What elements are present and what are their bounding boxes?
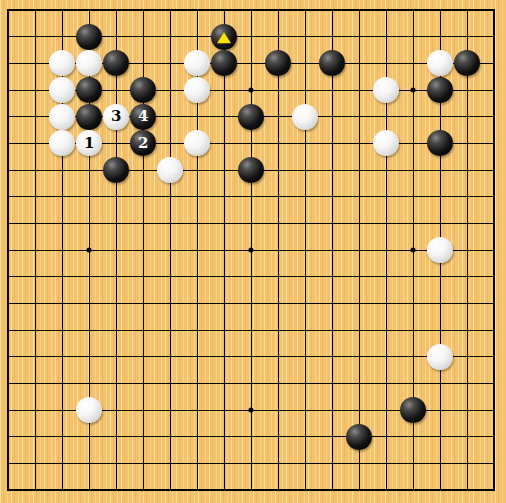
stone-white-E15[interactable]: 3 [103, 104, 129, 130]
stone-black-R14[interactable] [427, 130, 453, 156]
grid-line-horizontal [8, 276, 494, 277]
star-point [411, 88, 416, 93]
stone-white-D17[interactable] [76, 50, 102, 76]
stone-black-Q4[interactable] [400, 397, 426, 423]
star-point [411, 248, 416, 253]
grid-line-vertical [278, 10, 279, 490]
move-number-label: 4 [138, 109, 148, 124]
stone-black-F15[interactable]: 4 [130, 104, 156, 130]
stone-white-R17[interactable] [427, 50, 453, 76]
grid-line-vertical [332, 10, 333, 490]
move-number-label: 3 [111, 109, 121, 124]
stone-black-D18[interactable] [76, 24, 102, 50]
stone-black-E17[interactable] [103, 50, 129, 76]
stone-white-O14[interactable] [373, 130, 399, 156]
grid-line-vertical [305, 10, 306, 490]
stone-white-D14[interactable]: 1 [76, 130, 102, 156]
grid-line-horizontal [8, 463, 494, 464]
grid-line-horizontal [8, 383, 494, 384]
stone-black-J17[interactable] [211, 50, 237, 76]
star-point [249, 88, 254, 93]
stone-black-F16[interactable] [130, 77, 156, 103]
stone-black-D16[interactable] [76, 77, 102, 103]
stone-black-R16[interactable] [427, 77, 453, 103]
stone-white-H17[interactable] [184, 50, 210, 76]
stone-white-C15[interactable] [49, 104, 75, 130]
stone-black-E13[interactable] [103, 157, 129, 183]
stone-white-H14[interactable] [184, 130, 210, 156]
stone-black-K15[interactable] [238, 104, 264, 130]
stone-black-S17[interactable] [454, 50, 480, 76]
stone-white-D4[interactable] [76, 397, 102, 423]
stone-white-R6[interactable] [427, 344, 453, 370]
grid-line-horizontal [8, 436, 494, 437]
move-number-label: 1 [84, 136, 94, 151]
stone-black-L17[interactable] [265, 50, 291, 76]
stone-white-C16[interactable] [49, 77, 75, 103]
star-point [87, 248, 92, 253]
stone-white-C14[interactable] [49, 130, 75, 156]
stone-white-C17[interactable] [49, 50, 75, 76]
star-point [249, 408, 254, 413]
move-number-label: 2 [138, 136, 148, 151]
grid-line-horizontal [8, 356, 494, 357]
go-board[interactable]: 4231 [0, 0, 506, 503]
star-point [249, 248, 254, 253]
stone-white-H16[interactable] [184, 77, 210, 103]
stone-black-N3[interactable] [346, 424, 372, 450]
grid-line-horizontal [8, 303, 494, 304]
stone-black-D15[interactable] [76, 104, 102, 130]
stone-black-J18[interactable] [211, 24, 237, 50]
stone-black-K13[interactable] [238, 157, 264, 183]
stone-white-L15[interactable] [292, 104, 318, 130]
grid-line-vertical [359, 10, 360, 490]
stone-black-F14[interactable]: 2 [130, 130, 156, 156]
grid-line-horizontal [8, 330, 494, 331]
grid-line-vertical [467, 10, 468, 490]
triangle-marker-icon [217, 32, 231, 43]
stone-white-G13[interactable] [157, 157, 183, 183]
stone-white-O16[interactable] [373, 77, 399, 103]
stone-white-R10[interactable] [427, 237, 453, 263]
stone-black-N17[interactable] [319, 50, 345, 76]
